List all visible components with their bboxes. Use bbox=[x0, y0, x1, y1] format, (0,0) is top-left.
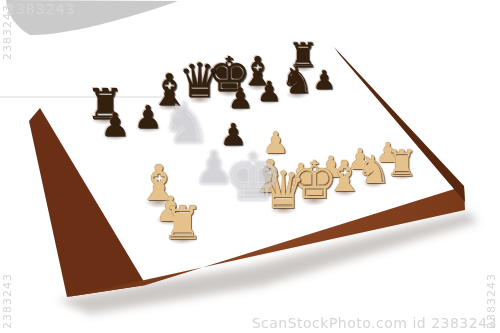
piece-shadow bbox=[168, 232, 198, 244]
piece-shadow bbox=[390, 169, 413, 181]
piece-white-bishop-d2: ♝ bbox=[250, 154, 290, 199]
piece-black-rook-a8: ♜ bbox=[86, 83, 124, 125]
piece-black-queen-d8: ♛ bbox=[178, 57, 221, 105]
piece-white-pawn-h2: ♟ bbox=[376, 139, 400, 166]
piece-black-pawn-d5: ♟ bbox=[220, 120, 247, 150]
watermark-footer: ScanStockPhoto.com id 2383243 bbox=[252, 315, 497, 331]
piece-black-pawn-f7: ♟ bbox=[257, 78, 282, 106]
piece-white-bishop-f1: ♝ bbox=[325, 156, 363, 199]
piece-white-bishop-a3: ♝ bbox=[136, 159, 181, 209]
piece-black-pawn-b7: ♟ bbox=[134, 102, 162, 134]
piece-shadow bbox=[101, 130, 128, 140]
piece-shadow bbox=[221, 138, 246, 149]
piece-black-rook-h8: ♜ bbox=[288, 40, 318, 74]
piece-shadow bbox=[217, 88, 241, 98]
piece-shadow bbox=[135, 123, 162, 133]
piece-shadow bbox=[332, 185, 357, 197]
piece-shadow bbox=[156, 101, 181, 111]
piece-shadow bbox=[91, 115, 118, 125]
piece-shadow bbox=[156, 214, 185, 226]
piece-black-pawn-h7: ♟ bbox=[313, 67, 336, 93]
piece-shadow bbox=[228, 102, 252, 112]
piece-black-king-e8: ♚ bbox=[208, 50, 251, 98]
piece-black-knight-g7: ♞ bbox=[281, 63, 314, 100]
piece-black-pawn-e7: ♟ bbox=[228, 84, 254, 113]
piece-shadow bbox=[286, 89, 309, 99]
watermark-vertical-top-left: 2383243 bbox=[1, 4, 14, 60]
piece-black-bishop-f8: ♝ bbox=[240, 52, 276, 92]
piece-white-queen-d1: ♛ bbox=[260, 165, 306, 216]
watermark-vertical-bottom-left: 2383243 bbox=[1, 273, 14, 329]
piece-shadow bbox=[313, 82, 335, 92]
piece-white-king-e1: ♚ bbox=[291, 156, 337, 208]
piece-white-knight-g1: ♞ bbox=[356, 151, 391, 190]
piece-shadow bbox=[187, 94, 212, 104]
piece-shadow bbox=[263, 146, 288, 157]
piece-shadow bbox=[319, 169, 343, 180]
piece-white-pawn-a2: ♟ bbox=[155, 193, 186, 228]
piece-black-bishop-c8: ♝ bbox=[149, 68, 188, 112]
piece-shadow bbox=[258, 95, 281, 105]
piece-shadow bbox=[348, 161, 372, 172]
piece-white-pawn-f2: ♟ bbox=[318, 153, 344, 182]
piece-white-pawn-g2: ♟ bbox=[347, 146, 372, 174]
piece-shadow bbox=[302, 194, 328, 206]
piece-shadow bbox=[289, 178, 314, 190]
watermark-photo-id: 2383243 bbox=[6, 1, 75, 17]
piece-white-rook-h1: ♜ bbox=[386, 145, 418, 181]
piece-white-pawn-e4: ♟ bbox=[263, 129, 289, 158]
stock-photo-chess-scene: AABBCCDDEEFFGGHH1122334455667788 ♜♛♚♝♞♜♟… bbox=[0, 0, 500, 333]
piece-shadow bbox=[362, 177, 386, 189]
piece-black-pawn-a7: ♟ bbox=[100, 109, 129, 142]
piece-shadow bbox=[270, 203, 296, 215]
piece-white-pawn-e2: ♟ bbox=[288, 160, 315, 190]
piece-shadow bbox=[257, 186, 283, 198]
piece-shadow bbox=[292, 63, 314, 72]
piece-shadow bbox=[144, 196, 173, 208]
piece-shadow bbox=[376, 153, 399, 164]
piece-shadow bbox=[246, 81, 269, 91]
piece-white-rook-a1: ♜ bbox=[162, 200, 203, 246]
